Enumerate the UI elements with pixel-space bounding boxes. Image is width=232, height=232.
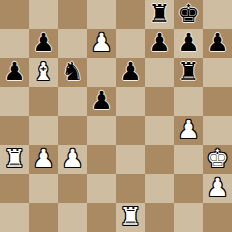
white-pawn[interactable]: ♟ [203, 174, 232, 203]
square-f3[interactable] [145, 145, 174, 174]
square-g5[interactable] [174, 87, 203, 116]
square-g7[interactable]: ♟ [174, 29, 203, 58]
square-h5[interactable] [203, 87, 232, 116]
chess-board: ♜♚♟♟♟♟♟♟♝♞♟♜♟♟♜♟♟♚♟♜ [0, 0, 232, 232]
square-f6[interactable] [145, 58, 174, 87]
square-f2[interactable] [145, 174, 174, 203]
square-h7[interactable]: ♟ [203, 29, 232, 58]
square-c5[interactable] [58, 87, 87, 116]
square-e2[interactable] [116, 174, 145, 203]
square-h8[interactable] [203, 0, 232, 29]
square-d4[interactable] [87, 116, 116, 145]
square-c7[interactable] [58, 29, 87, 58]
square-h2[interactable]: ♟ [203, 174, 232, 203]
square-e8[interactable] [116, 0, 145, 29]
square-a1[interactable] [0, 203, 29, 232]
square-g4[interactable]: ♟ [174, 116, 203, 145]
square-e1[interactable]: ♜ [116, 203, 145, 232]
square-a2[interactable] [0, 174, 29, 203]
black-pawn[interactable]: ♟ [29, 29, 58, 58]
square-g1[interactable] [174, 203, 203, 232]
square-a3[interactable]: ♜ [0, 145, 29, 174]
black-pawn[interactable]: ♟ [174, 29, 203, 58]
white-rook[interactable]: ♜ [0, 145, 29, 174]
black-pawn[interactable]: ♟ [116, 58, 145, 87]
square-c6[interactable]: ♞ [58, 58, 87, 87]
square-c4[interactable] [58, 116, 87, 145]
square-e3[interactable] [116, 145, 145, 174]
square-h1[interactable] [203, 203, 232, 232]
white-pawn[interactable]: ♟ [29, 145, 58, 174]
square-g2[interactable] [174, 174, 203, 203]
square-a4[interactable] [0, 116, 29, 145]
square-b5[interactable] [29, 87, 58, 116]
square-a8[interactable] [0, 0, 29, 29]
square-d3[interactable] [87, 145, 116, 174]
square-d1[interactable] [87, 203, 116, 232]
square-b6[interactable]: ♝ [29, 58, 58, 87]
black-rook[interactable]: ♜ [174, 58, 203, 87]
square-c1[interactable] [58, 203, 87, 232]
square-d7[interactable]: ♟ [87, 29, 116, 58]
square-a6[interactable]: ♟ [0, 58, 29, 87]
square-f5[interactable] [145, 87, 174, 116]
square-b3[interactable]: ♟ [29, 145, 58, 174]
square-d5[interactable]: ♟ [87, 87, 116, 116]
white-bishop[interactable]: ♝ [29, 58, 58, 87]
black-knight[interactable]: ♞ [58, 58, 87, 87]
white-rook[interactable]: ♜ [116, 203, 145, 232]
black-pawn[interactable]: ♟ [203, 29, 232, 58]
black-pawn[interactable]: ♟ [0, 58, 29, 87]
square-a5[interactable] [0, 87, 29, 116]
square-b4[interactable] [29, 116, 58, 145]
square-f1[interactable] [145, 203, 174, 232]
square-e6[interactable]: ♟ [116, 58, 145, 87]
square-g8[interactable]: ♚ [174, 0, 203, 29]
square-f7[interactable]: ♟ [145, 29, 174, 58]
white-king[interactable]: ♚ [203, 145, 232, 174]
square-g6[interactable]: ♜ [174, 58, 203, 87]
black-rook[interactable]: ♜ [145, 0, 174, 29]
square-e4[interactable] [116, 116, 145, 145]
square-b2[interactable] [29, 174, 58, 203]
square-e5[interactable] [116, 87, 145, 116]
square-b8[interactable] [29, 0, 58, 29]
black-king[interactable]: ♚ [174, 0, 203, 29]
square-d6[interactable] [87, 58, 116, 87]
white-pawn[interactable]: ♟ [174, 116, 203, 145]
white-pawn[interactable]: ♟ [87, 29, 116, 58]
square-g3[interactable] [174, 145, 203, 174]
square-a7[interactable] [0, 29, 29, 58]
white-pawn[interactable]: ♟ [58, 145, 87, 174]
square-b1[interactable] [29, 203, 58, 232]
square-h4[interactable] [203, 116, 232, 145]
square-b7[interactable]: ♟ [29, 29, 58, 58]
black-pawn[interactable]: ♟ [87, 87, 116, 116]
square-c3[interactable]: ♟ [58, 145, 87, 174]
square-f8[interactable]: ♜ [145, 0, 174, 29]
square-d2[interactable] [87, 174, 116, 203]
square-e7[interactable] [116, 29, 145, 58]
square-h3[interactable]: ♚ [203, 145, 232, 174]
square-c2[interactable] [58, 174, 87, 203]
square-h6[interactable] [203, 58, 232, 87]
square-d8[interactable] [87, 0, 116, 29]
black-pawn[interactable]: ♟ [145, 29, 174, 58]
square-f4[interactable] [145, 116, 174, 145]
square-c8[interactable] [58, 0, 87, 29]
